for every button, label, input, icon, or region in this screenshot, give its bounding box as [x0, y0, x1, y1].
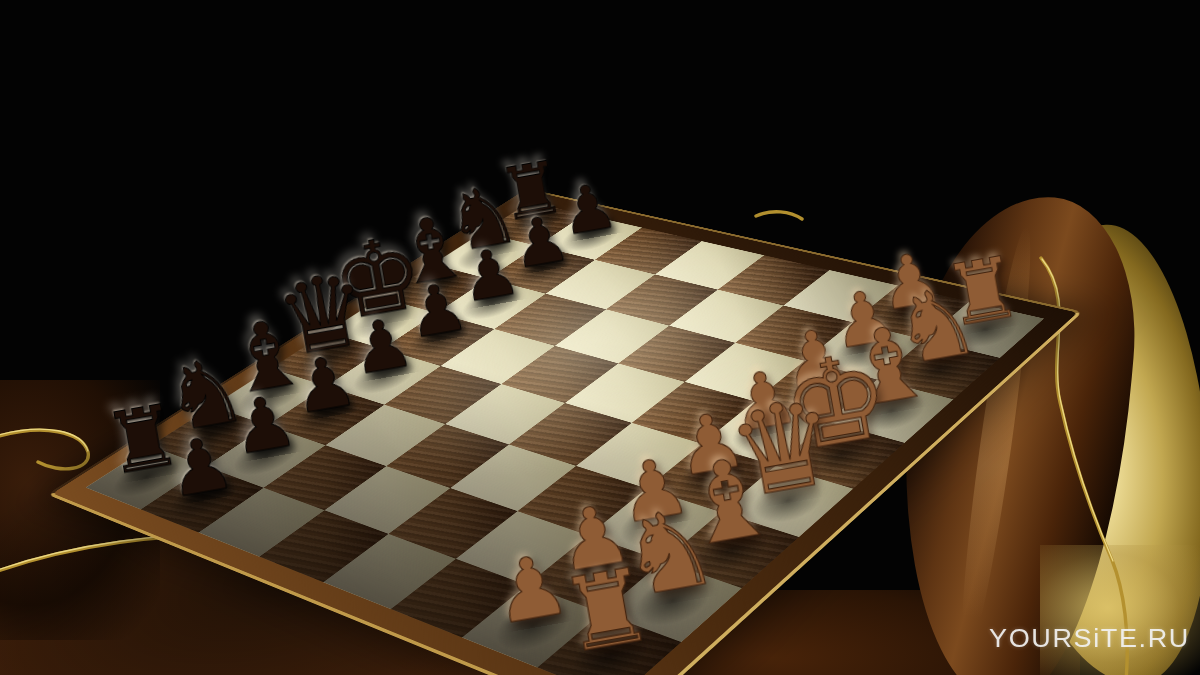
board-tilt-wrapper: ♜♞♝♛♚♝♞♜♟♟♟♟♟♟♟♟♟♟♟♟♟♟♟♟♜♞♝♛♚♝♞♜: [0, 0, 1200, 675]
board-perspective: ♜♞♝♛♚♝♞♜♟♟♟♟♟♟♟♟♟♟♟♟♟♟♟♟♜♞♝♛♚♝♞♜: [0, 0, 1200, 675]
scene-root: ♜♞♝♛♚♝♞♜♟♟♟♟♟♟♟♟♟♟♟♟♟♟♟♟♜♞♝♛♚♝♞♜ YOURSiT…: [0, 0, 1200, 675]
chessboard: ♜♞♝♛♚♝♞♜♟♟♟♟♟♟♟♟♟♟♟♟♟♟♟♟♜♞♝♛♚♝♞♜: [47, 188, 1083, 675]
white-rook-glyph: ♜: [504, 483, 698, 671]
watermark: YOURSiTE.RU: [989, 624, 1190, 653]
black-pawn-glyph: ♟: [112, 352, 277, 512]
